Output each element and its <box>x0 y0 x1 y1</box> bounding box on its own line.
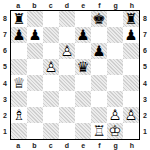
square-h3[interactable] <box>123 91 139 107</box>
square-g7[interactable] <box>107 27 123 43</box>
black-rook[interactable]: ♜ <box>13 12 26 27</box>
square-g3[interactable] <box>107 91 123 107</box>
square-g2[interactable]: ♟♙ <box>107 107 123 123</box>
square-e4[interactable] <box>75 75 91 91</box>
rank-label-2: 2 <box>140 108 150 124</box>
rank-label-6: 6 <box>140 43 150 59</box>
square-c4[interactable] <box>43 75 59 91</box>
file-labels-top: abcdefgh <box>10 0 140 10</box>
square-f7[interactable] <box>91 27 107 43</box>
square-c5[interactable]: ♟♙ <box>43 59 59 75</box>
square-c1[interactable] <box>43 123 59 139</box>
square-h5[interactable] <box>123 59 139 75</box>
corner-top-right <box>140 0 150 10</box>
square-b7[interactable]: ♟ <box>27 27 43 43</box>
square-e6[interactable] <box>75 43 91 59</box>
file-label-d: d <box>59 0 75 10</box>
square-c6[interactable] <box>43 43 59 59</box>
white-pawn[interactable]: ♙ <box>109 108 122 123</box>
black-rook[interactable]: ♜ <box>125 12 138 27</box>
square-a7[interactable]: ♟ <box>11 27 27 43</box>
square-a1[interactable] <box>11 123 27 139</box>
square-e2[interactable] <box>75 107 91 123</box>
board: ♜♚♜♟♟♟♟♟♙♟♟♙♛♛♕♝♗♟♙♟♙♜♖♚♔ <box>10 10 140 140</box>
square-c8[interactable] <box>43 11 59 27</box>
black-pawn[interactable]: ♟ <box>93 44 106 59</box>
rank-label-3: 3 <box>140 91 150 107</box>
file-label-a: a <box>10 140 26 150</box>
square-a5[interactable] <box>11 59 27 75</box>
square-a8[interactable]: ♜ <box>11 11 27 27</box>
file-label-g: g <box>108 140 124 150</box>
white-pawn[interactable]: ♙ <box>125 108 138 123</box>
file-label-e: e <box>75 140 91 150</box>
file-label-c: c <box>43 140 59 150</box>
black-king[interactable]: ♚ <box>93 12 106 27</box>
square-b2[interactable] <box>27 107 43 123</box>
rank-label-3: 3 <box>0 91 10 107</box>
square-b6[interactable] <box>27 43 43 59</box>
square-h2[interactable]: ♟♙ <box>123 107 139 123</box>
chess-diagram: abcdefgh 87654321 ♜♚♜♟♟♟♟♟♙♟♟♙♛♛♕♝♗♟♙♟♙♜… <box>0 0 150 150</box>
square-e3[interactable] <box>75 91 91 107</box>
file-label-h: h <box>124 0 140 10</box>
square-b4[interactable] <box>27 75 43 91</box>
square-a4[interactable]: ♛♕ <box>11 75 27 91</box>
square-h8[interactable]: ♜ <box>123 11 139 27</box>
square-e5[interactable]: ♛ <box>75 59 91 75</box>
square-e8[interactable] <box>75 11 91 27</box>
square-g8[interactable] <box>107 11 123 27</box>
square-d3[interactable] <box>59 91 75 107</box>
square-b1[interactable] <box>27 123 43 139</box>
rank-labels-left: 87654321 <box>0 10 10 140</box>
square-d4[interactable] <box>59 75 75 91</box>
rank-label-8: 8 <box>0 10 10 26</box>
square-a2[interactable]: ♝♗ <box>11 107 27 123</box>
file-label-c: c <box>43 0 59 10</box>
white-pawn[interactable]: ♙ <box>45 60 58 75</box>
rank-label-4: 4 <box>0 75 10 91</box>
corner-bottom-right <box>140 140 150 150</box>
square-a3[interactable] <box>11 91 27 107</box>
square-f5[interactable] <box>91 59 107 75</box>
rank-label-5: 5 <box>140 59 150 75</box>
square-b3[interactable] <box>27 91 43 107</box>
black-pawn[interactable]: ♟ <box>29 28 42 43</box>
black-pawn[interactable]: ♟ <box>125 28 138 43</box>
square-h6[interactable] <box>123 43 139 59</box>
white-king[interactable]: ♔ <box>109 124 122 139</box>
square-e1[interactable] <box>75 123 91 139</box>
square-f1[interactable]: ♜♖ <box>91 123 107 139</box>
square-f6[interactable]: ♟ <box>91 43 107 59</box>
square-g6[interactable] <box>107 43 123 59</box>
square-c3[interactable] <box>43 91 59 107</box>
file-label-f: f <box>91 0 107 10</box>
square-g5[interactable] <box>107 59 123 75</box>
square-h1[interactable] <box>123 123 139 139</box>
rank-label-6: 6 <box>0 43 10 59</box>
file-labels-bottom: abcdefgh <box>10 140 140 150</box>
file-label-h: h <box>124 140 140 150</box>
corner-top-left <box>0 0 10 10</box>
rank-label-8: 8 <box>140 10 150 26</box>
white-rook[interactable]: ♖ <box>93 124 106 139</box>
square-d1[interactable] <box>59 123 75 139</box>
file-label-a: a <box>10 0 26 10</box>
black-pawn[interactable]: ♟ <box>77 28 90 43</box>
square-a6[interactable] <box>11 43 27 59</box>
rank-labels-right: 87654321 <box>140 10 150 140</box>
corner-bottom-left <box>0 140 10 150</box>
square-d5[interactable] <box>59 59 75 75</box>
square-b8[interactable] <box>27 11 43 27</box>
square-g4[interactable] <box>107 75 123 91</box>
rank-label-5: 5 <box>0 59 10 75</box>
black-queen[interactable]: ♛ <box>77 60 90 75</box>
file-label-b: b <box>26 140 42 150</box>
file-label-d: d <box>59 140 75 150</box>
square-g1[interactable]: ♚♔ <box>107 123 123 139</box>
white-pawn[interactable]: ♙ <box>61 44 74 59</box>
rank-label-2: 2 <box>0 108 10 124</box>
rank-label-1: 1 <box>0 124 10 140</box>
white-bishop[interactable]: ♗ <box>13 108 26 123</box>
square-f2[interactable] <box>91 107 107 123</box>
square-f4[interactable] <box>91 75 107 91</box>
square-d6[interactable]: ♟♙ <box>59 43 75 59</box>
square-d7[interactable] <box>59 27 75 43</box>
white-queen[interactable]: ♕ <box>13 76 26 91</box>
square-f8[interactable]: ♚ <box>91 11 107 27</box>
square-h7[interactable]: ♟ <box>123 27 139 43</box>
rank-label-7: 7 <box>0 26 10 42</box>
file-label-b: b <box>26 0 42 10</box>
rank-label-4: 4 <box>140 75 150 91</box>
file-label-e: e <box>75 0 91 10</box>
square-d2[interactable] <box>59 107 75 123</box>
black-pawn[interactable]: ♟ <box>13 28 26 43</box>
square-f3[interactable] <box>91 91 107 107</box>
square-b5[interactable] <box>27 59 43 75</box>
file-label-f: f <box>91 140 107 150</box>
square-c7[interactable] <box>43 27 59 43</box>
square-c2[interactable] <box>43 107 59 123</box>
file-label-g: g <box>108 0 124 10</box>
rank-label-7: 7 <box>140 26 150 42</box>
rank-label-1: 1 <box>140 124 150 140</box>
square-d8[interactable] <box>59 11 75 27</box>
square-h4[interactable] <box>123 75 139 91</box>
square-e7[interactable]: ♟ <box>75 27 91 43</box>
